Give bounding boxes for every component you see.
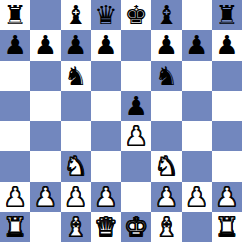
white-knight[interactable]: ♞ [155, 153, 178, 179]
square-e4[interactable]: ♟ [121, 121, 151, 151]
square-g8[interactable] [182, 0, 212, 30]
square-b4[interactable] [30, 121, 60, 151]
black-rook[interactable]: ♜ [3, 2, 26, 28]
white-pawn[interactable]: ♟ [3, 184, 26, 210]
square-a6[interactable] [0, 61, 30, 91]
square-c3[interactable]: ♞ [61, 151, 91, 181]
square-c1[interactable]: ♝ [61, 212, 91, 242]
square-f7[interactable]: ♟ [151, 30, 181, 60]
black-pawn[interactable]: ♟ [3, 32, 26, 58]
square-f5[interactable] [151, 91, 181, 121]
square-c8[interactable]: ♝ [61, 0, 91, 30]
square-d3[interactable] [91, 151, 121, 181]
square-d1[interactable]: ♛ [91, 212, 121, 242]
black-king[interactable]: ♚ [124, 2, 147, 28]
white-knight[interactable]: ♞ [64, 153, 87, 179]
square-c2[interactable]: ♟ [61, 182, 91, 212]
white-rook[interactable]: ♜ [3, 214, 26, 240]
square-e5[interactable]: ♟ [121, 91, 151, 121]
square-h7[interactable]: ♟ [212, 30, 242, 60]
square-f2[interactable]: ♟ [151, 182, 181, 212]
black-pawn[interactable]: ♟ [155, 32, 178, 58]
white-king[interactable]: ♚ [124, 214, 147, 240]
square-d5[interactable] [91, 91, 121, 121]
square-d7[interactable]: ♟ [91, 30, 121, 60]
square-f6[interactable]: ♞ [151, 61, 181, 91]
square-a7[interactable]: ♟ [0, 30, 30, 60]
square-f4[interactable] [151, 121, 181, 151]
white-pawn[interactable]: ♟ [34, 184, 57, 210]
black-bishop[interactable]: ♝ [155, 2, 178, 28]
square-a4[interactable] [0, 121, 30, 151]
black-pawn[interactable]: ♟ [185, 32, 208, 58]
square-g7[interactable]: ♟ [182, 30, 212, 60]
square-a2[interactable]: ♟ [0, 182, 30, 212]
square-d6[interactable] [91, 61, 121, 91]
black-pawn[interactable]: ♟ [215, 32, 238, 58]
black-pawn[interactable]: ♟ [34, 32, 57, 58]
square-g5[interactable] [182, 91, 212, 121]
square-f8[interactable]: ♝ [151, 0, 181, 30]
square-c5[interactable] [61, 91, 91, 121]
square-b8[interactable] [30, 0, 60, 30]
square-b2[interactable]: ♟ [30, 182, 60, 212]
square-h1[interactable]: ♜ [212, 212, 242, 242]
chess-board: ♜♝♛♚♝♜♟♟♟♟♟♟♟♞♞♟♟♞♞♟♟♟♟♟♟♟♜♝♛♚♝♜ [0, 0, 242, 242]
square-g2[interactable]: ♟ [182, 182, 212, 212]
square-e1[interactable]: ♚ [121, 212, 151, 242]
square-d8[interactable]: ♛ [91, 0, 121, 30]
square-h5[interactable] [212, 91, 242, 121]
square-d4[interactable] [91, 121, 121, 151]
white-pawn[interactable]: ♟ [124, 123, 147, 149]
square-a8[interactable]: ♜ [0, 0, 30, 30]
white-pawn[interactable]: ♟ [215, 184, 238, 210]
white-pawn[interactable]: ♟ [64, 184, 87, 210]
black-rook[interactable]: ♜ [215, 2, 238, 28]
square-e2[interactable] [121, 182, 151, 212]
square-b7[interactable]: ♟ [30, 30, 60, 60]
black-pawn[interactable]: ♟ [64, 32, 87, 58]
white-bishop[interactable]: ♝ [155, 214, 178, 240]
square-c7[interactable]: ♟ [61, 30, 91, 60]
square-c6[interactable]: ♞ [61, 61, 91, 91]
white-queen[interactable]: ♛ [94, 214, 117, 240]
square-e3[interactable] [121, 151, 151, 181]
square-e6[interactable] [121, 61, 151, 91]
square-h3[interactable] [212, 151, 242, 181]
square-d2[interactable]: ♟ [91, 182, 121, 212]
white-pawn[interactable]: ♟ [94, 184, 117, 210]
white-bishop[interactable]: ♝ [64, 214, 87, 240]
square-h4[interactable] [212, 121, 242, 151]
square-g6[interactable] [182, 61, 212, 91]
white-pawn[interactable]: ♟ [155, 184, 178, 210]
square-f1[interactable]: ♝ [151, 212, 181, 242]
black-bishop[interactable]: ♝ [64, 2, 87, 28]
square-c4[interactable] [61, 121, 91, 151]
square-h8[interactable]: ♜ [212, 0, 242, 30]
black-pawn[interactable]: ♟ [94, 32, 117, 58]
square-h2[interactable]: ♟ [212, 182, 242, 212]
square-a5[interactable] [0, 91, 30, 121]
square-e7[interactable] [121, 30, 151, 60]
square-a3[interactable] [0, 151, 30, 181]
square-b5[interactable] [30, 91, 60, 121]
white-pawn[interactable]: ♟ [185, 184, 208, 210]
square-b3[interactable] [30, 151, 60, 181]
square-b1[interactable] [30, 212, 60, 242]
square-g1[interactable] [182, 212, 212, 242]
square-b6[interactable] [30, 61, 60, 91]
black-queen[interactable]: ♛ [94, 2, 117, 28]
black-knight[interactable]: ♞ [64, 63, 87, 89]
white-rook[interactable]: ♜ [215, 214, 238, 240]
square-g4[interactable] [182, 121, 212, 151]
square-e8[interactable]: ♚ [121, 0, 151, 30]
square-g3[interactable] [182, 151, 212, 181]
square-a1[interactable]: ♜ [0, 212, 30, 242]
black-knight[interactable]: ♞ [155, 63, 178, 89]
black-pawn[interactable]: ♟ [124, 93, 147, 119]
square-f3[interactable]: ♞ [151, 151, 181, 181]
square-h6[interactable] [212, 61, 242, 91]
